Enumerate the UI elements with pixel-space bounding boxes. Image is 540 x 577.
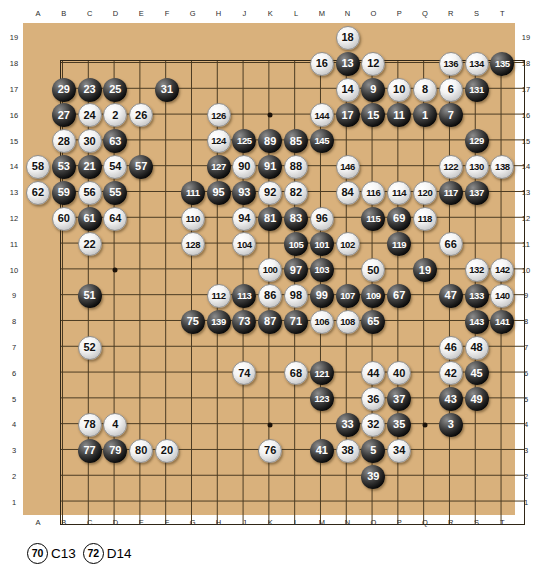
row-label-19: 19 [6, 25, 22, 51]
col-label-N: N [335, 9, 361, 21]
row-label-6: 6 [518, 360, 534, 386]
stone-black-75-G8: 75 [181, 310, 205, 334]
col-label-S: S [464, 518, 490, 530]
stone-black-43-R5: 43 [439, 387, 463, 411]
stone-black-3-R4: 3 [439, 413, 463, 437]
row-label-18: 18 [518, 51, 534, 77]
stone-white-60-B12: 60 [52, 207, 76, 231]
stone-black-103-M10: 103 [310, 258, 334, 282]
stone-black-135-T18: 135 [490, 52, 514, 76]
stone-white-126-H16: 126 [207, 103, 231, 127]
stone-black-91-K14: 91 [258, 155, 282, 179]
stone-black-89-K15: 89 [258, 129, 282, 153]
stone-white-134-S18: 134 [465, 52, 489, 76]
stone-black-53-B14: 53 [52, 155, 76, 179]
row-label-4: 4 [6, 412, 22, 438]
stone-black-123-M5: 123 [310, 387, 334, 411]
row-labels-left: 19181716151413121110987654321 [6, 25, 22, 515]
stone-white-64-D12: 64 [103, 207, 127, 231]
stone-black-25-D17: 25 [103, 78, 127, 102]
stone-black-59-B13: 59 [52, 181, 76, 205]
stone-white-136-R18: 136 [439, 52, 463, 76]
stone-black-69-P12: 69 [387, 207, 411, 231]
row-label-7: 7 [6, 335, 22, 361]
stone-white-30-C15: 30 [78, 129, 102, 153]
stone-black-115-O12: 115 [361, 207, 385, 231]
stone-black-77-C3: 77 [78, 439, 102, 463]
col-label-J: J [231, 518, 257, 530]
stone-white-4-D4: 4 [103, 413, 127, 437]
row-label-1: 1 [518, 489, 534, 515]
stone-white-102-N11: 102 [336, 232, 360, 256]
stone-black-111-G13: 111 [181, 181, 205, 205]
row-labels-right: 19181716151413121110987654321 [518, 25, 534, 515]
caption-move-70-white-stone: 70 [27, 543, 48, 564]
stone-black-5-O3: 5 [361, 439, 385, 463]
row-label-1: 1 [6, 489, 22, 515]
stone-black-121-M6: 121 [310, 361, 334, 385]
row-label-2: 2 [6, 464, 22, 490]
stone-white-8-Q17: 8 [413, 78, 437, 102]
col-label-M: M [309, 518, 335, 530]
row-label-7: 7 [518, 335, 534, 361]
stone-black-139-H8: 139 [207, 310, 231, 334]
stone-white-140-T9: 140 [490, 284, 514, 308]
column-labels-bottom: ABCDEFGHJKLMNOPQRST [25, 518, 515, 530]
stone-white-146-N14: 146 [336, 155, 360, 179]
row-label-12: 12 [518, 206, 534, 232]
col-label-N: N [335, 518, 361, 530]
stone-black-21-C14: 21 [78, 155, 102, 179]
stone-white-74-J6: 74 [232, 361, 256, 385]
stone-black-101-M11: 101 [310, 232, 334, 256]
caption-move-72-white-stone: 72 [83, 543, 104, 564]
stone-white-16-M18: 16 [310, 52, 334, 76]
stone-white-12-O18: 12 [361, 52, 385, 76]
stone-black-33-N4: 33 [336, 413, 360, 437]
stone-black-63-D15: 63 [103, 129, 127, 153]
stone-white-128-G11: 128 [181, 232, 205, 256]
stone-white-2-D16: 2 [103, 103, 127, 127]
stone-white-82-L13: 82 [284, 181, 308, 205]
stone-white-48-S7: 48 [465, 336, 489, 360]
stone-black-19-Q10: 19 [413, 258, 437, 282]
stone-black-17-N16: 17 [336, 103, 360, 127]
stone-black-27-B16: 27 [52, 103, 76, 127]
col-label-T: T [489, 518, 515, 530]
stone-white-56-C13: 56 [78, 181, 102, 205]
stone-black-141-T8: 141 [490, 310, 514, 334]
row-label-15: 15 [6, 128, 22, 154]
stone-black-11-P16: 11 [387, 103, 411, 127]
stone-white-94-J12: 94 [232, 207, 256, 231]
row-label-16: 16 [518, 102, 534, 128]
stone-black-105-L11: 105 [284, 232, 308, 256]
col-label-R: R [438, 9, 464, 21]
stone-white-28-B15: 28 [52, 129, 76, 153]
stone-black-13-N18: 13 [336, 52, 360, 76]
stone-white-18-N19: 18 [336, 26, 360, 50]
stone-white-144-M16: 144 [310, 103, 334, 127]
col-label-D: D [102, 9, 128, 21]
stone-white-54-D14: 54 [103, 155, 127, 179]
col-label-A: A [25, 518, 51, 530]
row-label-13: 13 [518, 180, 534, 206]
row-label-3: 3 [6, 438, 22, 464]
stone-white-84-N13: 84 [336, 181, 360, 205]
stone-black-57-E14: 57 [129, 155, 153, 179]
stone-black-37-P5: 37 [387, 387, 411, 411]
row-label-3: 3 [518, 438, 534, 464]
stone-black-83-L12: 83 [284, 207, 308, 231]
stone-black-31-F17: 31 [155, 78, 179, 102]
col-label-T: T [489, 9, 515, 21]
stone-black-39-O2: 39 [361, 465, 385, 489]
col-label-K: K [257, 518, 283, 530]
col-label-C: C [77, 518, 103, 530]
col-label-B: B [51, 518, 77, 530]
stone-black-41-M3: 41 [310, 439, 334, 463]
stone-black-15-O16: 15 [361, 103, 385, 127]
row-label-5: 5 [6, 386, 22, 412]
stone-black-23-C17: 23 [78, 78, 102, 102]
col-label-O: O [360, 9, 386, 21]
stone-black-99-M9: 99 [310, 284, 334, 308]
stone-white-112-H9: 112 [207, 284, 231, 308]
col-label-H: H [206, 518, 232, 530]
stone-black-65-O8: 65 [361, 310, 385, 334]
stone-black-97-L10: 97 [284, 258, 308, 282]
stone-black-81-K12: 81 [258, 207, 282, 231]
stone-black-29-B17: 29 [52, 78, 76, 102]
column-labels-top: ABCDEFGHJKLMNOPQRST [25, 9, 515, 21]
col-label-G: G [180, 9, 206, 21]
stone-black-127-H14: 127 [207, 155, 231, 179]
stone-white-98-L9: 98 [284, 284, 308, 308]
stone-black-79-D3: 79 [103, 439, 127, 463]
stone-black-49-S5: 49 [465, 387, 489, 411]
stone-black-85-L15: 85 [284, 129, 308, 153]
stones-layer: 1816131213613413529232531149108613127242… [25, 25, 515, 515]
row-label-12: 12 [6, 206, 22, 232]
col-label-S: S [464, 9, 490, 21]
stone-black-87-K8: 87 [258, 310, 282, 334]
stone-white-108-N8: 108 [336, 310, 360, 334]
stone-white-68-L6: 68 [284, 361, 308, 385]
stone-black-9-O17: 9 [361, 78, 385, 102]
go-kifu-diagram: ABCDEFGHJKLMNOPQRST 19181716151413121110… [0, 0, 540, 577]
row-label-17: 17 [6, 77, 22, 103]
row-label-15: 15 [518, 128, 534, 154]
stone-black-61-C12: 61 [78, 207, 102, 231]
stone-white-96-M12: 96 [310, 207, 334, 231]
col-label-C: C [77, 9, 103, 21]
stone-white-38-N3: 38 [336, 439, 360, 463]
col-label-E: E [128, 9, 154, 21]
col-label-F: F [154, 518, 180, 530]
stone-white-104-J11: 104 [232, 232, 256, 256]
stone-white-100-K10: 100 [258, 258, 282, 282]
stone-black-107-N9: 107 [336, 284, 360, 308]
row-label-9: 9 [518, 283, 534, 309]
stone-white-26-E16: 26 [129, 103, 153, 127]
stone-white-92-K13: 92 [258, 181, 282, 205]
stone-white-14-N17: 14 [336, 78, 360, 102]
stone-white-52-C7: 52 [78, 336, 102, 360]
stone-white-132-S10: 132 [465, 258, 489, 282]
stone-white-80-E3: 80 [129, 439, 153, 463]
row-label-14: 14 [6, 154, 22, 180]
stone-black-113-J9: 113 [232, 284, 256, 308]
stone-black-95-H13: 95 [207, 181, 231, 205]
row-label-13: 13 [6, 180, 22, 206]
stone-white-36-O5: 36 [361, 387, 385, 411]
stone-white-20-F3: 20 [155, 439, 179, 463]
col-label-Q: Q [412, 518, 438, 530]
stone-white-6-R17: 6 [439, 78, 463, 102]
stone-white-44-O6: 44 [361, 361, 385, 385]
row-label-8: 8 [6, 309, 22, 335]
stone-black-45-S6: 45 [465, 361, 489, 385]
col-label-K: K [257, 9, 283, 21]
row-label-11: 11 [6, 231, 22, 257]
stone-black-47-R9: 47 [439, 284, 463, 308]
stone-white-46-R7: 46 [439, 336, 463, 360]
stone-black-119-P11: 119 [387, 232, 411, 256]
stone-black-131-S17: 131 [465, 78, 489, 102]
stone-white-88-L14: 88 [284, 155, 308, 179]
col-label-Q: Q [412, 9, 438, 21]
stone-white-76-K3: 76 [258, 439, 282, 463]
stone-black-93-J13: 93 [232, 181, 256, 205]
stone-white-114-P13: 114 [387, 181, 411, 205]
stone-white-10-P17: 10 [387, 78, 411, 102]
stone-black-51-C9: 51 [78, 284, 102, 308]
row-label-6: 6 [6, 360, 22, 386]
stone-white-42-R6: 42 [439, 361, 463, 385]
stone-black-67-P9: 67 [387, 284, 411, 308]
col-label-J: J [231, 9, 257, 21]
row-label-10: 10 [6, 257, 22, 283]
stone-black-7-R16: 7 [439, 103, 463, 127]
stone-white-66-R11: 66 [439, 232, 463, 256]
stone-black-125-J15: 125 [232, 129, 256, 153]
col-label-M: M [309, 9, 335, 21]
col-label-G: G [180, 518, 206, 530]
stone-white-122-R14: 122 [439, 155, 463, 179]
caption-point-72: D14 [107, 546, 132, 561]
row-label-9: 9 [6, 283, 22, 309]
stone-black-145-M15: 145 [310, 129, 334, 153]
stone-white-32-O4: 32 [361, 413, 385, 437]
col-label-L: L [283, 9, 309, 21]
stone-black-73-J8: 73 [232, 310, 256, 334]
stone-white-106-M8: 106 [310, 310, 334, 334]
col-label-O: O [360, 518, 386, 530]
stone-white-130-S14: 130 [465, 155, 489, 179]
stone-black-55-D13: 55 [103, 181, 127, 205]
row-label-14: 14 [518, 154, 534, 180]
row-label-2: 2 [518, 464, 534, 490]
col-label-L: L [283, 518, 309, 530]
stone-white-90-J14: 90 [232, 155, 256, 179]
stone-white-40-P6: 40 [387, 361, 411, 385]
row-label-8: 8 [518, 309, 534, 335]
stone-white-116-O13: 116 [361, 181, 385, 205]
stone-white-86-K9: 86 [258, 284, 282, 308]
row-label-10: 10 [518, 257, 534, 283]
stone-white-124-H15: 124 [207, 129, 231, 153]
stone-black-35-P4: 35 [387, 413, 411, 437]
stone-white-120-Q13: 120 [413, 181, 437, 205]
col-label-A: A [25, 9, 51, 21]
stone-white-78-C4: 78 [78, 413, 102, 437]
stone-white-22-C11: 22 [78, 232, 102, 256]
stone-black-71-L8: 71 [284, 310, 308, 334]
stone-white-34-P3: 34 [387, 439, 411, 463]
stone-black-117-R13: 117 [439, 181, 463, 205]
caption: 70 C13 72 D14 [27, 541, 136, 565]
col-label-R: R [438, 518, 464, 530]
row-label-17: 17 [518, 77, 534, 103]
row-label-16: 16 [6, 102, 22, 128]
stone-white-118-Q12: 118 [413, 207, 437, 231]
stone-white-50-O10: 50 [361, 258, 385, 282]
col-label-E: E [128, 518, 154, 530]
stone-white-62-A13: 62 [26, 181, 50, 205]
col-label-H: H [206, 9, 232, 21]
col-label-B: B [51, 9, 77, 21]
stone-black-133-S9: 133 [465, 284, 489, 308]
stone-black-137-S13: 137 [465, 181, 489, 205]
row-label-19: 19 [518, 25, 534, 51]
col-label-P: P [386, 518, 412, 530]
row-label-4: 4 [518, 412, 534, 438]
stone-white-24-C16: 24 [78, 103, 102, 127]
stone-black-143-S8: 143 [465, 310, 489, 334]
stone-black-1-Q16: 1 [413, 103, 437, 127]
row-label-18: 18 [6, 51, 22, 77]
go-board: 1816131213613413529232531149108613127242… [23, 23, 515, 515]
col-label-D: D [102, 518, 128, 530]
stone-black-129-S15: 129 [465, 129, 489, 153]
col-label-F: F [154, 9, 180, 21]
col-label-P: P [386, 9, 412, 21]
stone-white-138-T14: 138 [490, 155, 514, 179]
row-label-5: 5 [518, 386, 534, 412]
stone-white-142-T10: 142 [490, 258, 514, 282]
caption-point-70: C13 [51, 546, 76, 561]
row-label-11: 11 [518, 231, 534, 257]
stone-white-58-A14: 58 [26, 155, 50, 179]
stone-black-109-O9: 109 [361, 284, 385, 308]
stone-white-110-G12: 110 [181, 207, 205, 231]
